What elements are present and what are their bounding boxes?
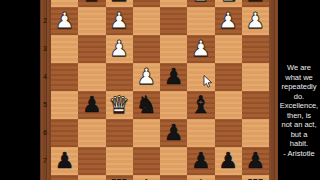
square-e4[interactable]: ♟: [133, 63, 160, 91]
square-h8[interactable]: [51, 175, 78, 180]
square-e3[interactable]: [133, 35, 160, 63]
square-g1[interactable]: ♚: [78, 0, 105, 7]
square-b2[interactable]: ♟: [215, 7, 242, 35]
black-pawn[interactable]: ♟: [160, 119, 187, 147]
square-a8[interactable]: ♜: [242, 175, 269, 180]
quote-line: habit.: [278, 139, 320, 149]
square-c2[interactable]: [187, 7, 214, 35]
square-f2[interactable]: ♟: [106, 7, 133, 35]
square-a7[interactable]: ♟: [242, 147, 269, 175]
square-a4[interactable]: [242, 63, 269, 91]
square-f6[interactable]: [106, 119, 133, 147]
rank-label-2: 2: [40, 17, 50, 24]
quote-line: repeatedly: [278, 82, 320, 92]
square-f8[interactable]: ♜: [106, 175, 133, 180]
square-a3[interactable]: [242, 35, 269, 63]
square-e5[interactable]: ♞: [133, 91, 160, 119]
black-knight[interactable]: ♞: [133, 91, 160, 119]
square-h5[interactable]: [51, 91, 78, 119]
square-b7[interactable]: ♟: [215, 147, 242, 175]
square-b1[interactable]: ♞: [215, 0, 242, 7]
rank-label-5: 5: [40, 101, 50, 108]
square-f5[interactable]: ♛: [106, 91, 133, 119]
square-g5[interactable]: ♟: [78, 91, 105, 119]
black-pawn[interactable]: ♟: [78, 91, 105, 119]
square-f1[interactable]: ♜: [106, 0, 133, 7]
black-pawn[interactable]: ♟: [160, 63, 187, 91]
square-h4[interactable]: [51, 63, 78, 91]
square-d7[interactable]: [160, 147, 187, 175]
black-king[interactable]: ♚: [133, 175, 160, 180]
square-d5[interactable]: [160, 91, 187, 119]
square-c8[interactable]: ♛: [187, 175, 214, 180]
white-knight[interactable]: ♞: [215, 0, 242, 7]
black-rook[interactable]: ♜: [242, 175, 269, 180]
square-f3[interactable]: ♟: [106, 35, 133, 63]
square-g4[interactable]: [78, 63, 105, 91]
black-pawn[interactable]: ♟: [51, 147, 78, 175]
square-f7[interactable]: [106, 147, 133, 175]
quote-line: do.: [278, 92, 320, 102]
square-b5[interactable]: [215, 91, 242, 119]
square-b8[interactable]: [215, 175, 242, 180]
square-d2[interactable]: [160, 7, 187, 35]
black-pawn[interactable]: ♟: [242, 147, 269, 175]
square-e8[interactable]: ♚: [133, 175, 160, 180]
square-g7[interactable]: [78, 147, 105, 175]
square-h7[interactable]: ♟: [51, 147, 78, 175]
black-pawn[interactable]: ♟: [187, 147, 214, 175]
white-pawn[interactable]: ♟: [106, 35, 133, 63]
white-pawn[interactable]: ♟: [187, 35, 214, 63]
square-g2[interactable]: [78, 7, 105, 35]
square-a2[interactable]: ♟: [242, 7, 269, 35]
square-e7[interactable]: [133, 147, 160, 175]
quote-line: but a: [278, 130, 320, 140]
square-c7[interactable]: ♟: [187, 147, 214, 175]
white-king[interactable]: ♚: [78, 0, 105, 7]
square-e2[interactable]: [133, 7, 160, 35]
square-g3[interactable]: [78, 35, 105, 63]
quote-line: Excellence,: [278, 101, 320, 111]
square-h1[interactable]: [51, 0, 78, 7]
black-rook[interactable]: ♜: [106, 175, 133, 180]
chess-board[interactable]: ♚♜♝♞♜♟♟♟♟♟♟♟♟♟♛♞♝♟♟♟♟♟♜♚♛♜: [51, 0, 269, 180]
square-d4[interactable]: ♟: [160, 63, 187, 91]
rank-label-7: 7: [40, 157, 50, 164]
square-c3[interactable]: ♟: [187, 35, 214, 63]
white-rook[interactable]: ♜: [242, 0, 269, 7]
video-frame: ♚♜♝♞♜♟♟♟♟♟♟♟♟♟♛♞♝♟♟♟♟♟♜♚♛♜ 12345678 We a…: [0, 0, 320, 180]
square-c1[interactable]: ♝: [187, 0, 214, 7]
quote-line: not an act,: [278, 120, 320, 130]
black-queen[interactable]: ♛: [187, 175, 214, 180]
rank-label-6: 6: [40, 129, 50, 136]
square-d6[interactable]: ♟: [160, 119, 187, 147]
mouse-cursor: [203, 75, 213, 88]
square-d1[interactable]: [160, 0, 187, 7]
black-pawn[interactable]: ♟: [215, 147, 242, 175]
rank-label-4: 4: [40, 73, 50, 80]
square-d3[interactable]: [160, 35, 187, 63]
quote-line: We are: [278, 63, 320, 73]
square-a1[interactable]: ♜: [242, 0, 269, 7]
square-d8[interactable]: [160, 175, 187, 180]
square-e1[interactable]: [133, 0, 160, 7]
rank-label-3: 3: [40, 45, 50, 52]
white-pawn[interactable]: ♟: [242, 7, 269, 35]
square-c5[interactable]: ♝: [187, 91, 214, 119]
white-pawn[interactable]: ♟: [51, 7, 78, 35]
square-b6[interactable]: [215, 119, 242, 147]
square-g6[interactable]: [78, 119, 105, 147]
white-pawn[interactable]: ♟: [215, 7, 242, 35]
white-pawn[interactable]: ♟: [133, 63, 160, 91]
square-h6[interactable]: [51, 119, 78, 147]
black-bishop[interactable]: ♝: [187, 91, 214, 119]
square-b3[interactable]: [215, 35, 242, 63]
square-h2[interactable]: ♟: [51, 7, 78, 35]
square-e6[interactable]: [133, 119, 160, 147]
quote-overlay: We arewhat werepeatedlydo.Excellence,the…: [278, 63, 320, 158]
quote-line: what we: [278, 73, 320, 83]
square-a5[interactable]: [242, 91, 269, 119]
square-a6[interactable]: [242, 119, 269, 147]
square-c6[interactable]: [187, 119, 214, 147]
square-f4[interactable]: [106, 63, 133, 91]
square-b4[interactable]: [215, 63, 242, 91]
white-pawn[interactable]: ♟: [106, 7, 133, 35]
quote-line: then, is: [278, 111, 320, 121]
square-g8[interactable]: [78, 175, 105, 180]
white-queen[interactable]: ♛: [106, 91, 133, 119]
white-bishop[interactable]: ♝: [187, 0, 214, 7]
square-h3[interactable]: [51, 35, 78, 63]
quote-line: - Aristotle: [278, 149, 320, 159]
white-rook[interactable]: ♜: [106, 0, 133, 7]
